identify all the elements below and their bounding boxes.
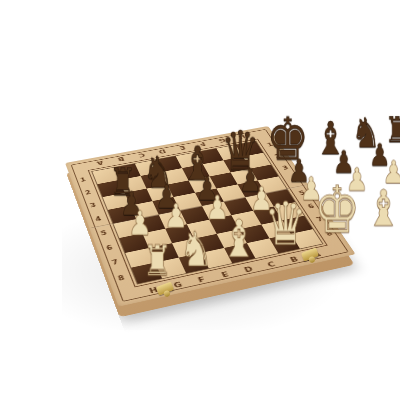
light-bishop-f8[interactable]: ♝ (220, 212, 257, 264)
scene: HGFEDCBA HGFEDCBA 12345678 12345678 ♜♞♝♛… (0, 0, 400, 400)
light-rook-h8[interactable]: ♜ (143, 240, 173, 282)
chess-box: HGFEDCBA HGFEDCBA 12345678 12345678 ♜♞♝♛… (65, 126, 356, 307)
light-pawn-h7[interactable]: ♟ (128, 207, 152, 240)
rank-label: 7 (105, 254, 127, 273)
light-king-d8[interactable]: ♚ (314, 178, 361, 243)
light-queen-e8[interactable]: ♛ (264, 194, 307, 254)
light-bishop-c8[interactable]: ♝ (366, 183, 400, 233)
rank-label: 8 (110, 269, 132, 288)
rank-label: 6 (99, 239, 120, 257)
rank-label: 4 (88, 211, 108, 228)
rank-label: 5 (94, 225, 115, 242)
light-knight-g8[interactable]: ♞ (179, 225, 213, 273)
